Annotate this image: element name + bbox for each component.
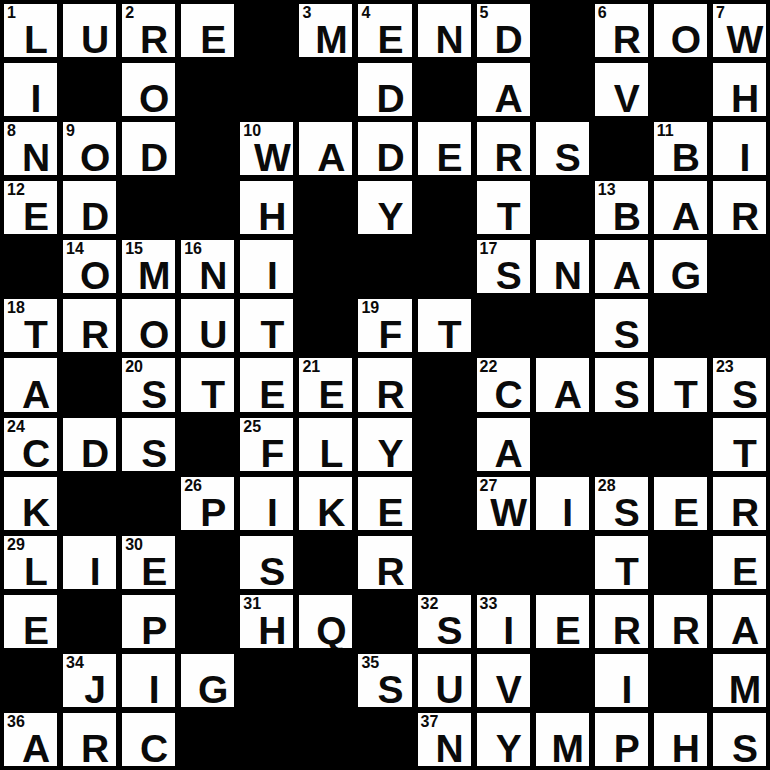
clue-number: 8 [7,123,16,139]
clue-number: 28 [598,478,616,494]
block-cell [418,63,471,116]
clue-number: 18 [7,300,25,316]
grid-cell[interactable]: D [63,418,116,471]
cell-letter: D [358,79,411,116]
grid-cell[interactable]: Y [358,418,411,471]
grid-cell[interactable]: A [713,595,766,648]
grid-cell[interactable]: G [654,240,707,293]
grid-cell[interactable]: 10W [240,122,293,175]
cell-letter: B [654,138,707,175]
clue-number: 19 [361,300,379,316]
grid-cell[interactable]: 11B [654,122,707,175]
cell-letter: N [181,256,234,293]
clue-number: 6 [598,5,607,21]
cell-letter: C [122,729,175,766]
block-cell [654,654,707,707]
cell-letter: R [713,493,766,530]
block-cell [240,654,293,707]
grid-cell[interactable]: 27W [477,477,530,530]
block-cell [358,713,411,766]
grid-cell[interactable]: O [122,299,175,352]
grid-cell[interactable]: T [418,299,471,352]
block-cell [63,63,116,116]
cell-letter: R [713,197,766,234]
grid-cell[interactable]: 9O [63,122,116,175]
block-cell [299,536,352,589]
grid-cell[interactable]: N [536,240,589,293]
cell-letter: R [595,20,648,57]
cell-letter: C [477,375,530,412]
grid-cell[interactable]: T [654,358,707,411]
clue-number: 29 [7,537,25,553]
grid-cell[interactable]: P [122,595,175,648]
cell-letter: H [240,197,293,234]
grid-cell[interactable]: 34J [63,654,116,707]
grid-cell[interactable]: R [477,122,530,175]
grid-cell[interactable]: 13B [595,181,648,234]
grid-cell[interactable]: R [595,595,648,648]
grid-cell[interactable]: 20S [122,358,175,411]
grid-cell[interactable]: 7W [713,4,766,57]
block-cell [240,713,293,766]
cell-letter: A [536,375,589,412]
grid-cell[interactable]: E [536,595,589,648]
cell-letter: A [477,79,530,116]
grid-cell[interactable]: T [477,181,530,234]
block-cell [240,63,293,116]
cell-letter: S [122,434,175,471]
cell-letter: E [4,197,57,234]
block-cell [181,181,234,234]
block-cell [536,654,589,707]
clue-number: 7 [716,5,725,21]
block-cell [181,418,234,471]
grid-cell[interactable]: A [4,358,57,411]
grid-cell[interactable]: 36A [4,713,57,766]
cell-letter: I [122,670,175,707]
grid-cell[interactable]: U [63,4,116,57]
grid-cell[interactable]: 37N [418,713,471,766]
grid-cell[interactable]: A [654,181,707,234]
grid-cell[interactable]: V [477,654,530,707]
cell-letter: S [122,375,175,412]
grid-cell[interactable]: U [181,299,234,352]
grid-cell[interactable]: N [418,4,471,57]
grid-cell[interactable]: 2R [122,4,175,57]
grid-cell[interactable]: 12E [4,181,57,234]
cell-letter: S [418,611,471,648]
cell-letter: P [122,611,175,648]
cell-letter: F [358,315,411,352]
cell-letter: H [713,79,766,116]
grid-cell[interactable]: S [122,418,175,471]
grid-cell[interactable]: R [63,713,116,766]
cell-letter: T [4,315,57,352]
grid-cell[interactable]: I [4,63,57,116]
cell-letter: A [4,375,57,412]
cell-letter: R [122,20,175,57]
clue-number: 17 [480,241,498,257]
cell-letter: I [536,493,589,530]
grid-cell[interactable]: A [595,240,648,293]
cell-letter: R [358,552,411,589]
cell-letter: I [63,552,116,589]
grid-cell[interactable]: I [122,654,175,707]
grid-cell[interactable]: 4E [358,4,411,57]
cell-letter: O [63,138,116,175]
grid-cell[interactable]: 32S [418,595,471,648]
grid-cell[interactable]: 3M [299,4,352,57]
cell-letter: T [477,197,530,234]
block-cell [536,418,589,471]
cell-letter: E [418,138,471,175]
grid-cell[interactable]: K [4,477,57,530]
cell-letter: D [358,138,411,175]
grid-cell[interactable]: H [713,63,766,116]
cell-letter: O [122,315,175,352]
block-cell [63,477,116,530]
grid-cell[interactable]: R [358,358,411,411]
cell-letter: A [4,729,57,766]
cell-letter: S [536,138,589,175]
cell-letter: H [240,611,293,648]
block-cell [181,63,234,116]
cell-letter: B [595,197,648,234]
clue-number: 3 [302,5,311,21]
cell-letter: R [595,611,648,648]
cell-letter: E [240,375,293,412]
cell-letter: H [654,729,707,766]
block-cell [713,299,766,352]
block-cell [595,418,648,471]
grid-cell[interactable]: 23S [713,358,766,411]
cell-letter: O [654,20,707,57]
grid-cell[interactable]: E [181,4,234,57]
grid-cell[interactable]: R [713,181,766,234]
grid-cell[interactable]: R [63,299,116,352]
cell-letter: S [595,315,648,352]
grid-cell[interactable]: A [477,418,530,471]
cell-letter: G [654,256,707,293]
grid-cell[interactable]: 21E [299,358,352,411]
cell-letter: K [4,493,57,530]
block-cell [713,240,766,293]
block-cell [595,122,648,175]
grid-cell[interactable]: 35S [358,654,411,707]
grid-cell[interactable]: C [122,713,175,766]
cell-letter: D [63,434,116,471]
grid-cell[interactable]: I [595,654,648,707]
cell-letter: J [63,670,116,707]
clue-number: 5 [480,5,489,21]
block-cell [240,4,293,57]
block-cell [63,595,116,648]
block-cell [63,358,116,411]
cell-letter: I [240,493,293,530]
cell-letter: P [181,493,234,530]
cell-letter: D [122,138,175,175]
block-cell [299,63,352,116]
block-cell [299,240,352,293]
block-cell [418,358,471,411]
cell-letter: R [63,729,116,766]
cell-letter: S [713,729,766,766]
grid-cell[interactable]: 5D [477,4,530,57]
cell-letter: Q [299,611,352,648]
clue-number: 25 [243,419,261,435]
grid-cell[interactable]: E [240,358,293,411]
block-cell [654,536,707,589]
cell-letter: F [240,434,293,471]
cell-letter: R [63,315,116,352]
cell-letter: Y [477,729,530,766]
grid-cell[interactable]: S [595,358,648,411]
block-cell [536,536,589,589]
grid-cell[interactable]: 28S [595,477,648,530]
grid-cell[interactable]: U [418,654,471,707]
cell-letter: E [654,493,707,530]
block-cell [299,713,352,766]
clue-number: 32 [421,596,439,612]
cell-letter: E [181,20,234,57]
grid-cell[interactable]: 16N [181,240,234,293]
grid-cell[interactable]: T [181,358,234,411]
grid-cell[interactable]: 14O [63,240,116,293]
block-cell [418,418,471,471]
cell-letter: S [595,375,648,412]
cell-letter: U [418,670,471,707]
cell-letter: E [299,375,352,412]
cell-letter: T [418,315,471,352]
block-cell [536,299,589,352]
grid-cell[interactable]: 26P [181,477,234,530]
cell-letter: U [181,315,234,352]
grid-cell[interactable]: R [654,595,707,648]
grid-cell[interactable]: L [299,418,352,471]
crossword-grid: 1LU2RE3M4EN5D6RO7WIODAVH8N9OD10WADERS11B… [0,0,770,770]
block-cell [418,536,471,589]
clue-number: 2 [125,5,134,21]
grid-cell[interactable]: S [595,299,648,352]
cell-letter: O [122,79,175,116]
cell-letter: L [4,552,57,589]
cell-letter: R [358,375,411,412]
cell-letter: E [536,611,589,648]
block-cell [477,536,530,589]
cell-letter: C [4,434,57,471]
grid-cell[interactable]: M [536,713,589,766]
grid-cell[interactable]: Y [477,713,530,766]
cell-letter: O [63,256,116,293]
grid-cell[interactable]: 17S [477,240,530,293]
grid-cell[interactable]: O [654,4,707,57]
grid-cell[interactable]: O [122,63,175,116]
grid-cell[interactable]: S [536,122,589,175]
block-cell [4,240,57,293]
grid-cell[interactable]: G [181,654,234,707]
grid-cell[interactable]: I [536,477,589,530]
cell-letter: Y [358,434,411,471]
clue-number: 33 [480,596,498,612]
block-cell [536,181,589,234]
cell-letter: L [4,20,57,57]
block-cell [181,536,234,589]
cell-letter: A [299,138,352,175]
grid-cell[interactable]: T [240,299,293,352]
block-cell [181,122,234,175]
cell-letter: D [63,197,116,234]
grid-cell[interactable]: K [299,477,352,530]
grid-cell[interactable]: D [63,181,116,234]
cell-letter: A [713,611,766,648]
block-cell [654,418,707,471]
grid-cell[interactable]: 33I [477,595,530,648]
grid-cell[interactable]: M [713,654,766,707]
grid-cell[interactable]: E [4,595,57,648]
cell-letter: N [418,20,471,57]
grid-cell[interactable]: 29L [4,536,57,589]
grid-cell[interactable]: T [713,418,766,471]
clue-number: 34 [66,655,84,671]
grid-cell[interactable]: 15M [122,240,175,293]
cell-letter: E [358,493,411,530]
block-cell [181,595,234,648]
cell-letter: I [713,138,766,175]
cell-letter: I [240,256,293,293]
cell-letter: T [240,315,293,352]
cell-letter: Y [358,197,411,234]
grid-cell[interactable]: E [418,122,471,175]
block-cell [122,477,175,530]
grid-cell[interactable]: E [713,536,766,589]
grid-cell[interactable]: A [536,358,589,411]
cell-letter: W [713,20,766,57]
cell-letter: T [713,434,766,471]
grid-cell[interactable]: 25F [240,418,293,471]
cell-letter: D [477,20,530,57]
grid-cell[interactable]: I [713,122,766,175]
block-cell [299,181,352,234]
grid-cell[interactable]: I [63,536,116,589]
cell-letter: E [358,20,411,57]
cell-letter: E [713,552,766,589]
grid-cell[interactable]: E [358,477,411,530]
block-cell [536,4,589,57]
grid-cell[interactable]: 8N [4,122,57,175]
cell-letter: M [536,729,589,766]
grid-cell[interactable]: Q [299,595,352,648]
cell-letter: A [595,256,648,293]
cell-letter: A [654,197,707,234]
cell-letter: V [595,79,648,116]
cell-letter: A [477,434,530,471]
cell-letter: S [595,493,648,530]
block-cell [477,299,530,352]
grid-cell[interactable]: R [358,536,411,589]
grid-cell[interactable]: V [595,63,648,116]
grid-cell[interactable]: A [299,122,352,175]
grid-cell[interactable]: I [240,240,293,293]
cell-letter: W [240,138,293,175]
clue-number: 1 [7,5,16,21]
block-cell [122,181,175,234]
cell-letter: I [477,611,530,648]
grid-cell[interactable]: R [713,477,766,530]
block-cell [536,63,589,116]
grid-cell[interactable]: T [595,536,648,589]
cell-letter: R [477,138,530,175]
cell-letter: U [63,20,116,57]
block-cell [181,713,234,766]
cell-letter: M [299,20,352,57]
cell-letter: S [240,552,293,589]
clue-number: 9 [66,123,75,139]
grid-cell[interactable]: H [654,713,707,766]
cell-letter: E [122,552,175,589]
grid-cell[interactable]: D [358,63,411,116]
grid-cell[interactable]: S [240,536,293,589]
grid-cell[interactable]: 30E [122,536,175,589]
grid-cell[interactable]: 1L [4,4,57,57]
cell-letter: W [477,493,530,530]
cell-letter: G [181,670,234,707]
grid-cell[interactable]: 31H [240,595,293,648]
cell-letter: T [595,552,648,589]
cell-letter: E [4,611,57,648]
grid-cell[interactable]: Y [358,181,411,234]
cell-letter: T [654,375,707,412]
grid-cell[interactable]: D [122,122,175,175]
cell-letter: R [654,611,707,648]
block-cell [358,595,411,648]
grid-cell[interactable]: I [240,477,293,530]
grid-cell[interactable]: 19F [358,299,411,352]
cell-letter: S [477,256,530,293]
grid-cell[interactable]: 6R [595,4,648,57]
grid-cell[interactable]: 24C [4,418,57,471]
cell-letter: N [418,729,471,766]
cell-letter: I [595,670,648,707]
block-cell [418,181,471,234]
block-cell [654,63,707,116]
cell-letter: V [477,670,530,707]
cell-letter: M [122,256,175,293]
block-cell [654,299,707,352]
grid-cell[interactable]: A [477,63,530,116]
cell-letter: T [181,375,234,412]
cell-letter: K [299,493,352,530]
cell-letter: L [299,434,352,471]
block-cell [418,240,471,293]
cell-letter: S [358,670,411,707]
grid-cell[interactable]: P [595,713,648,766]
grid-cell[interactable]: S [713,713,766,766]
block-cell [299,654,352,707]
block-cell [358,240,411,293]
block-cell [418,477,471,530]
block-cell [4,654,57,707]
cell-letter: N [536,256,589,293]
grid-cell[interactable]: 18T [4,299,57,352]
grid-cell[interactable]: D [358,122,411,175]
grid-cell[interactable]: E [654,477,707,530]
grid-cell[interactable]: H [240,181,293,234]
block-cell [299,299,352,352]
cell-letter: I [4,79,57,116]
cell-letter: M [713,670,766,707]
cell-letter: S [713,375,766,412]
grid-cell[interactable]: 22C [477,358,530,411]
